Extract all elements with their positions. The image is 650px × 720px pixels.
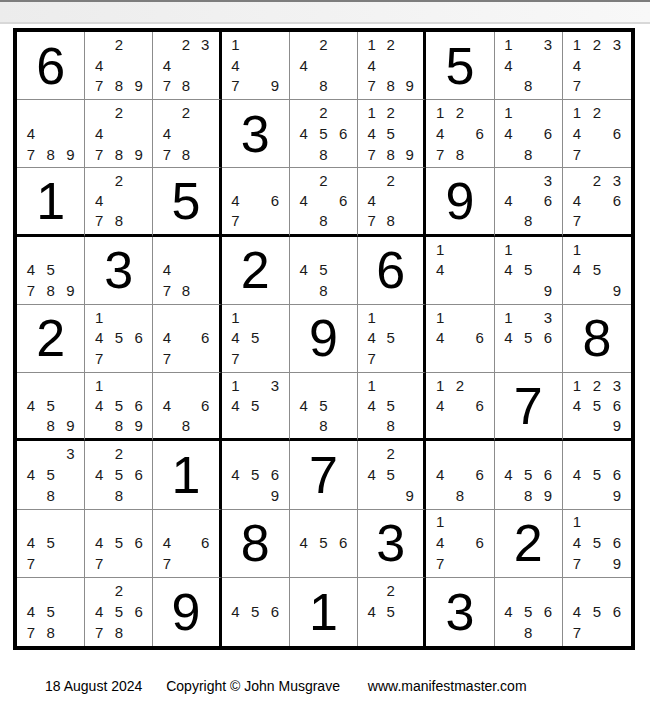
pencil-mark-slot: [333, 553, 353, 574]
given-digit: 6: [376, 244, 405, 296]
pencil-mark-slot: 2: [109, 170, 129, 190]
pencil-mark-slot: [265, 580, 285, 601]
pencil-mark-slot: 8: [450, 144, 470, 165]
pencil-mark-slot: [177, 55, 196, 76]
pencil-mark-slot: 3: [538, 307, 558, 328]
pencil-mark-slot: 9: [607, 415, 627, 435]
pencil-mark-slot: 5: [314, 259, 334, 280]
pencil-mark-slot: 5: [587, 464, 607, 485]
pencil-mark-slot: [470, 553, 490, 574]
pencil-mark-slot: 4: [21, 532, 41, 553]
pencil-mark-slot: 9: [538, 485, 558, 506]
pencil-marks: 146: [426, 305, 493, 372]
pencil-mark-slot: [567, 580, 587, 601]
cell-r5c5: 9: [290, 305, 358, 373]
pencil-mark-slot: [314, 55, 334, 76]
pencil-mark-slot: 4: [430, 259, 450, 280]
pencil-mark-slot: 2: [381, 102, 400, 123]
pencil-marks: 2459: [358, 441, 423, 508]
given-digit: 5: [445, 40, 474, 92]
pencil-mark-slot: 4: [226, 395, 246, 415]
pencil-mark-slot: 2: [587, 170, 607, 190]
pencil-mark-slot: [607, 211, 627, 231]
pencil-mark-slot: [450, 553, 470, 574]
pencil-marks: 457: [17, 510, 84, 577]
cell-r9c9: 4567: [563, 578, 631, 646]
pencil-mark-slot: 8: [177, 144, 196, 165]
pencil-mark-slot: [607, 512, 627, 533]
pencil-mark-slot: 7: [21, 280, 41, 301]
pencil-mark-slot: [314, 512, 334, 533]
pencil-mark-slot: [470, 375, 490, 395]
pencil-mark-slot: [129, 553, 149, 574]
pencil-mark-slot: 7: [362, 348, 381, 369]
pencil-mark-slot: 4: [499, 601, 519, 622]
pencil-mark-slot: 1: [430, 307, 450, 328]
pencil-mark-slot: [196, 553, 215, 574]
pencil-mark-slot: 1: [567, 375, 587, 395]
pencil-mark-slot: [109, 348, 129, 369]
pencil-mark-slot: [129, 170, 149, 190]
pencil-mark-slot: [587, 239, 607, 260]
pencil-mark-slot: 6: [607, 395, 627, 415]
cell-r7c8: 45689: [495, 441, 563, 509]
pencil-marks: 23467: [563, 168, 631, 233]
pencil-mark-slot: 6: [196, 532, 215, 553]
pencil-mark-slot: 8: [314, 280, 334, 301]
pencil-mark-slot: [587, 512, 607, 533]
pencil-mark-slot: [587, 280, 607, 301]
pencil-mark-slot: 2: [109, 102, 129, 123]
pencil-mark-slot: 6: [129, 532, 149, 553]
pencil-mark-slot: 7: [362, 75, 381, 96]
pencil-mark-slot: [450, 280, 470, 301]
pencil-mark-slot: [362, 485, 381, 506]
pencil-mark-slot: [294, 144, 314, 165]
pencil-mark-slot: [245, 622, 265, 643]
pencil-mark-slot: 5: [518, 259, 538, 280]
pencil-mark-slot: [400, 601, 419, 622]
pencil-mark-slot: [89, 485, 109, 506]
pencil-mark-slot: [607, 75, 627, 96]
pencil-marks: 468: [426, 441, 493, 508]
pencil-mark-slot: [518, 34, 538, 55]
pencil-mark-slot: [518, 307, 538, 328]
pencil-mark-slot: 7: [21, 553, 41, 574]
pencil-mark-slot: 8: [518, 622, 538, 643]
cell-r3c9: 23467: [563, 168, 631, 236]
pencil-mark-slot: [450, 532, 470, 553]
pencil-marks: 1479: [222, 32, 289, 99]
pencil-mark-slot: [245, 170, 265, 190]
pencil-mark-slot: 2: [587, 34, 607, 55]
given-digit: 6: [36, 40, 65, 92]
pencil-mark-slot: 5: [314, 123, 334, 144]
cell-r9c2: 245678: [85, 578, 153, 646]
pencil-mark-slot: [245, 443, 265, 464]
pencil-mark-slot: [400, 328, 419, 349]
pencil-mark-slot: [518, 239, 538, 260]
pencil-mark-slot: 4: [499, 123, 519, 144]
pencil-mark-slot: [587, 580, 607, 601]
footer-website: www.manifestmaster.com: [368, 678, 527, 694]
pencil-mark-slot: [450, 348, 470, 369]
pencil-mark-slot: [245, 375, 265, 395]
pencil-mark-slot: [314, 553, 334, 574]
pencil-mark-slot: 2: [450, 102, 470, 123]
pencil-mark-slot: 8: [177, 280, 196, 301]
pencil-mark-slot: [196, 75, 215, 96]
pencil-marks: 2478: [85, 168, 152, 233]
pencil-mark-slot: [333, 211, 353, 231]
pencil-mark-slot: 4: [499, 259, 519, 280]
pencil-mark-slot: 4: [567, 464, 587, 485]
pencil-mark-slot: [60, 622, 80, 643]
cell-r4c8: 1459: [495, 237, 563, 305]
cell-r1c5: 248: [290, 32, 358, 100]
pencil-mark-slot: 9: [129, 415, 149, 435]
pencil-mark-slot: 8: [314, 415, 334, 435]
pencil-marks: 1459: [495, 237, 562, 304]
pencil-mark-slot: [129, 34, 149, 55]
pencil-mark-slot: [470, 144, 490, 165]
pencil-mark-slot: [587, 123, 607, 144]
pencil-mark-slot: 8: [41, 280, 61, 301]
pencil-mark-slot: [89, 443, 109, 464]
window-top-strip: [0, 0, 650, 24]
pencil-mark-slot: 1: [362, 102, 381, 123]
pencil-mark-slot: 6: [470, 532, 490, 553]
pencil-mark-slot: [196, 375, 215, 395]
pencil-mark-slot: 9: [60, 144, 80, 165]
footer-date: 18 August 2024: [45, 678, 142, 694]
cell-r3c2: 2478: [85, 168, 153, 236]
pencil-mark-slot: [177, 375, 196, 395]
pencil-mark-slot: [226, 170, 246, 190]
pencil-mark-slot: 6: [333, 532, 353, 553]
pencil-mark-slot: [450, 395, 470, 415]
cell-r2c8: 1468: [495, 100, 563, 168]
pencil-mark-slot: [587, 211, 607, 231]
pencil-mark-slot: [89, 170, 109, 190]
pencil-marks: 145689: [85, 373, 152, 438]
pencil-mark-slot: [21, 102, 41, 123]
pencil-mark-slot: 4: [499, 55, 519, 76]
cell-r8c1: 457: [17, 510, 85, 578]
pencil-mark-slot: 4: [89, 395, 109, 415]
pencil-marks: 1468: [495, 100, 562, 167]
pencil-marks: 12347: [563, 32, 631, 99]
pencil-mark-slot: 4: [567, 191, 587, 211]
pencil-mark-slot: 7: [362, 211, 381, 231]
pencil-mark-slot: 2: [381, 34, 400, 55]
pencil-mark-slot: [607, 102, 627, 123]
cell-r1c7: 5: [426, 32, 494, 100]
pencil-mark-slot: [400, 443, 419, 464]
pencil-mark-slot: 9: [60, 415, 80, 435]
pencil-mark-slot: 7: [21, 144, 41, 165]
pencil-mark-slot: 4: [430, 328, 450, 349]
pencil-mark-slot: 4: [21, 395, 41, 415]
pencil-mark-slot: 5: [109, 395, 129, 415]
pencil-mark-slot: 1: [226, 307, 246, 328]
pencil-mark-slot: [109, 191, 129, 211]
cell-r4c9: 1459: [563, 237, 631, 305]
pencil-mark-slot: [226, 443, 246, 464]
pencil-mark-slot: 4: [499, 328, 519, 349]
pencil-mark-slot: 7: [567, 211, 587, 231]
pencil-mark-slot: 1: [567, 102, 587, 123]
pencil-mark-slot: 6: [470, 328, 490, 349]
pencil-mark-slot: [245, 34, 265, 55]
pencil-mark-slot: [294, 75, 314, 96]
pencil-mark-slot: 7: [89, 75, 109, 96]
pencil-marks: 245678: [85, 578, 152, 646]
pencil-mark-slot: [470, 280, 490, 301]
pencil-mark-slot: [567, 485, 587, 506]
pencil-mark-slot: 9: [607, 280, 627, 301]
given-digit: 9: [445, 175, 474, 227]
pencil-mark-slot: 3: [607, 375, 627, 395]
pencil-mark-slot: 6: [196, 328, 215, 349]
cell-r8c5: 456: [290, 510, 358, 578]
pencil-mark-slot: [518, 123, 538, 144]
cell-r5c1: 2: [17, 305, 85, 373]
pencil-mark-slot: 8: [314, 75, 334, 96]
pencil-marks: 1245789: [358, 100, 423, 167]
pencil-mark-slot: 8: [177, 75, 196, 96]
given-digit: 5: [172, 175, 201, 227]
cell-r3c7: 9: [426, 168, 494, 236]
cell-r2c4: 3: [222, 100, 290, 168]
cell-r1c4: 1479: [222, 32, 290, 100]
pencil-mark-slot: [518, 580, 538, 601]
pencil-mark-slot: 1: [89, 375, 109, 395]
cell-r4c4: 2: [222, 237, 290, 305]
cell-r8c8: 2: [495, 510, 563, 578]
pencil-mark-slot: 5: [109, 532, 129, 553]
pencil-mark-slot: [333, 280, 353, 301]
pencil-marks: 45689: [495, 441, 562, 508]
pencil-mark-slot: [294, 34, 314, 55]
pencil-mark-slot: 3: [60, 443, 80, 464]
pencil-mark-slot: [196, 123, 215, 144]
given-digit: 8: [241, 517, 270, 569]
pencil-mark-slot: [226, 580, 246, 601]
pencil-mark-slot: 9: [538, 280, 558, 301]
pencil-marks: 3458: [17, 441, 84, 508]
pencil-mark-slot: [196, 415, 215, 435]
pencil-mark-slot: 5: [41, 464, 61, 485]
pencil-mark-slot: 8: [381, 211, 400, 231]
cell-r4c1: 45789: [17, 237, 85, 305]
pencil-mark-slot: [294, 415, 314, 435]
pencil-mark-slot: 8: [381, 415, 400, 435]
pencil-mark-slot: 2: [381, 443, 400, 464]
pencil-mark-slot: 5: [245, 328, 265, 349]
cell-r3c6: 2478: [358, 168, 426, 236]
pencil-mark-slot: 4: [89, 191, 109, 211]
cell-r6c7: 1246: [426, 373, 494, 441]
pencil-mark-slot: [381, 485, 400, 506]
pencil-mark-slot: 7: [89, 622, 109, 643]
pencil-mark-slot: 2: [587, 102, 607, 123]
pencil-mark-slot: 4: [362, 191, 381, 211]
pencil-mark-slot: [196, 280, 215, 301]
pencil-mark-slot: 9: [60, 280, 80, 301]
pencil-mark-slot: 1: [362, 307, 381, 328]
pencil-mark-slot: [41, 102, 61, 123]
pencil-mark-slot: [499, 170, 519, 190]
pencil-mark-slot: [499, 348, 519, 369]
pencil-mark-slot: 8: [518, 211, 538, 231]
pencil-mark-slot: 4: [294, 191, 314, 211]
pencil-mark-slot: [129, 580, 149, 601]
pencil-mark-slot: [89, 102, 109, 123]
pencil-mark-slot: [499, 622, 519, 643]
pencil-mark-slot: 7: [567, 553, 587, 574]
cell-r8c7: 1467: [426, 510, 494, 578]
pencil-mark-slot: [499, 580, 519, 601]
pencil-mark-slot: 5: [381, 601, 400, 622]
pencil-mark-slot: [157, 34, 176, 55]
cell-r9c6: 245: [358, 578, 426, 646]
pencil-mark-slot: 7: [226, 211, 246, 231]
cell-r3c8: 3468: [495, 168, 563, 236]
pencil-marks: 1457: [222, 305, 289, 372]
cell-r9c7: 3: [426, 578, 494, 646]
pencil-mark-slot: [538, 622, 558, 643]
pencil-mark-slot: [362, 622, 381, 643]
pencil-mark-slot: 9: [400, 144, 419, 165]
pencil-mark-slot: [400, 170, 419, 190]
pencil-mark-slot: 7: [226, 75, 246, 96]
given-digit: 2: [36, 312, 65, 364]
pencil-mark-slot: [450, 307, 470, 328]
pencil-mark-slot: 4: [89, 464, 109, 485]
pencil-mark-slot: [567, 443, 587, 464]
pencil-mark-slot: [177, 532, 196, 553]
pencil-mark-slot: [499, 485, 519, 506]
pencil-mark-slot: [470, 485, 490, 506]
pencil-mark-slot: 7: [157, 348, 176, 369]
pencil-mark-slot: [499, 443, 519, 464]
pencil-mark-slot: [400, 123, 419, 144]
pencil-mark-slot: 5: [245, 395, 265, 415]
pencil-mark-slot: [157, 375, 176, 395]
pencil-marks: 458: [290, 237, 357, 304]
pencil-mark-slot: 1: [430, 239, 450, 260]
pencil-mark-slot: 6: [470, 123, 490, 144]
pencil-mark-slot: 8: [518, 75, 538, 96]
pencil-marks: 1234569: [563, 373, 631, 438]
pencil-marks: 4568: [495, 578, 562, 646]
cell-r9c4: 456: [222, 578, 290, 646]
pencil-mark-slot: 4: [226, 601, 246, 622]
pencil-mark-slot: [400, 55, 419, 76]
pencil-mark-slot: [157, 239, 176, 260]
pencil-mark-slot: [265, 443, 285, 464]
pencil-mark-slot: 4: [157, 328, 176, 349]
pencil-mark-slot: [226, 415, 246, 435]
pencil-mark-slot: 1: [499, 102, 519, 123]
pencil-marks: 4567: [563, 578, 631, 646]
pencil-mark-slot: [41, 580, 61, 601]
pencil-mark-slot: [381, 348, 400, 369]
pencil-mark-slot: 4: [294, 395, 314, 415]
pencil-mark-slot: [381, 307, 400, 328]
pencil-mark-slot: [41, 443, 61, 464]
pencil-mark-slot: [60, 102, 80, 123]
pencil-mark-slot: [587, 553, 607, 574]
pencil-mark-slot: 7: [567, 622, 587, 643]
pencil-mark-slot: 1: [362, 34, 381, 55]
pencil-mark-slot: [518, 55, 538, 76]
pencil-mark-slot: 4: [157, 532, 176, 553]
cell-r2c9: 12467: [563, 100, 631, 168]
pencil-mark-slot: 6: [538, 328, 558, 349]
pencil-mark-slot: 5: [314, 395, 334, 415]
pencil-mark-slot: 4: [21, 123, 41, 144]
pencil-mark-slot: [60, 123, 80, 144]
pencil-mark-slot: 1: [430, 512, 450, 533]
pencil-mark-slot: 7: [157, 280, 176, 301]
pencil-mark-slot: 4: [567, 395, 587, 415]
pencil-mark-slot: [381, 55, 400, 76]
pencil-mark-slot: 2: [314, 34, 334, 55]
pencil-mark-slot: [60, 601, 80, 622]
pencil-mark-slot: [381, 375, 400, 395]
pencil-mark-slot: [333, 55, 353, 76]
sudoku-board: 6247892347814792481247895134812347478924…: [13, 28, 635, 650]
pencil-mark-slot: 4: [362, 395, 381, 415]
pencil-marks: 1457: [358, 305, 423, 372]
pencil-mark-slot: 6: [470, 464, 490, 485]
pencil-mark-slot: [21, 580, 41, 601]
pencil-mark-slot: 9: [400, 485, 419, 506]
pencil-mark-slot: 5: [245, 601, 265, 622]
pencil-mark-slot: 5: [587, 259, 607, 280]
pencil-mark-slot: [60, 395, 80, 415]
pencil-marks: 14567: [85, 305, 152, 372]
cell-r4c6: 6: [358, 237, 426, 305]
pencil-mark-slot: [518, 170, 538, 190]
pencil-mark-slot: [265, 211, 285, 231]
pencil-mark-slot: 4: [157, 395, 176, 415]
pencil-mark-slot: [245, 55, 265, 76]
cell-r4c3: 478: [153, 237, 221, 305]
pencil-mark-slot: [518, 102, 538, 123]
pencil-mark-slot: 8: [41, 622, 61, 643]
pencil-mark-slot: 2: [109, 34, 129, 55]
pencil-mark-slot: 9: [400, 75, 419, 96]
cell-r1c8: 1348: [495, 32, 563, 100]
pencil-mark-slot: 4: [567, 601, 587, 622]
pencil-marks: 145679: [563, 510, 631, 577]
pencil-mark-slot: 1: [499, 239, 519, 260]
pencil-mark-slot: 4: [430, 532, 450, 553]
pencil-mark-slot: [499, 144, 519, 165]
pencil-mark-slot: 8: [381, 75, 400, 96]
pencil-mark-slot: [587, 55, 607, 76]
pencil-mark-slot: [362, 415, 381, 435]
pencil-mark-slot: 1: [567, 34, 587, 55]
cell-r8c3: 467: [153, 510, 221, 578]
given-digit: 3: [376, 517, 405, 569]
cell-r5c4: 1457: [222, 305, 290, 373]
cell-r6c8: 7: [495, 373, 563, 441]
pencil-marks: 4789: [17, 100, 84, 167]
